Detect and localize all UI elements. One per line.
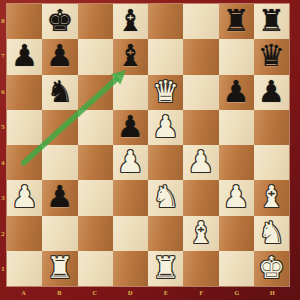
square-h5[interactable] xyxy=(254,110,289,145)
black-bishop[interactable]: ♝ xyxy=(117,3,144,38)
black-pawn[interactable]: ♟ xyxy=(117,109,144,144)
square-b7[interactable]: ♟ xyxy=(42,39,77,74)
square-d6[interactable] xyxy=(113,75,148,110)
square-e7[interactable] xyxy=(148,39,183,74)
white-pawn[interactable]: ♟ xyxy=(117,144,144,179)
black-king[interactable]: ♚ xyxy=(46,3,73,38)
square-f5[interactable] xyxy=(183,110,218,145)
square-c7[interactable] xyxy=(78,39,113,74)
rank-label-1: 1 xyxy=(0,266,6,272)
rank-label-6: 6 xyxy=(0,89,6,95)
square-e6[interactable]: ♛ xyxy=(148,75,183,110)
square-f3[interactable] xyxy=(183,180,218,215)
square-g6[interactable]: ♟ xyxy=(219,75,254,110)
square-a6[interactable] xyxy=(7,75,42,110)
square-c4[interactable] xyxy=(78,145,113,180)
square-d2[interactable] xyxy=(113,216,148,251)
square-g4[interactable] xyxy=(219,145,254,180)
square-a7[interactable]: ♟ xyxy=(7,39,42,74)
square-a3[interactable]: ♟ xyxy=(7,180,42,215)
square-e4[interactable] xyxy=(148,145,183,180)
chess-board-window: ♚♝♜♜♟♟♝♛♞♛♟♟♟♟♟♟♟♟♞♟♝♝♞♜♜♚ 87654321 ABCD… xyxy=(0,0,300,300)
square-f1[interactable] xyxy=(183,251,218,286)
white-knight[interactable]: ♞ xyxy=(258,215,285,250)
file-label-H: H xyxy=(255,290,291,296)
black-queen[interactable]: ♛ xyxy=(258,38,285,73)
square-a5[interactable] xyxy=(7,110,42,145)
square-e8[interactable] xyxy=(148,4,183,39)
square-f4[interactable]: ♟ xyxy=(183,145,218,180)
square-d4[interactable]: ♟ xyxy=(113,145,148,180)
black-knight[interactable]: ♞ xyxy=(46,74,73,109)
square-d3[interactable] xyxy=(113,180,148,215)
square-h3[interactable]: ♝ xyxy=(254,180,289,215)
white-rook[interactable]: ♜ xyxy=(152,250,179,285)
square-b1[interactable]: ♜ xyxy=(42,251,77,286)
rank-label-4: 4 xyxy=(0,160,6,166)
rank-label-8: 8 xyxy=(0,18,6,24)
white-king[interactable]: ♚ xyxy=(258,250,285,285)
square-h6[interactable]: ♟ xyxy=(254,75,289,110)
square-c3[interactable] xyxy=(78,180,113,215)
square-g1[interactable] xyxy=(219,251,254,286)
square-b8[interactable]: ♚ xyxy=(42,4,77,39)
square-d8[interactable]: ♝ xyxy=(113,4,148,39)
square-g2[interactable] xyxy=(219,216,254,251)
square-h1[interactable]: ♚ xyxy=(254,251,289,286)
white-queen[interactable]: ♛ xyxy=(152,74,179,109)
square-b2[interactable] xyxy=(42,216,77,251)
square-g5[interactable] xyxy=(219,110,254,145)
white-knight[interactable]: ♞ xyxy=(152,179,179,214)
black-pawn[interactable]: ♟ xyxy=(223,74,250,109)
square-a8[interactable] xyxy=(7,4,42,39)
square-f8[interactable] xyxy=(183,4,218,39)
square-b3[interactable]: ♟ xyxy=(42,180,77,215)
square-f7[interactable] xyxy=(183,39,218,74)
square-e1[interactable]: ♜ xyxy=(148,251,183,286)
square-e3[interactable]: ♞ xyxy=(148,180,183,215)
square-e5[interactable]: ♟ xyxy=(148,110,183,145)
white-pawn[interactable]: ♟ xyxy=(11,179,38,214)
square-a4[interactable] xyxy=(7,145,42,180)
square-d5[interactable]: ♟ xyxy=(113,110,148,145)
square-h4[interactable] xyxy=(254,145,289,180)
square-a1[interactable] xyxy=(7,251,42,286)
white-bishop[interactable]: ♝ xyxy=(258,179,285,214)
rank-label-7: 7 xyxy=(0,53,6,59)
white-pawn[interactable]: ♟ xyxy=(152,109,179,144)
square-d1[interactable] xyxy=(113,251,148,286)
square-g3[interactable]: ♟ xyxy=(219,180,254,215)
black-bishop[interactable]: ♝ xyxy=(117,38,144,73)
file-label-E: E xyxy=(148,290,184,296)
square-b6[interactable]: ♞ xyxy=(42,75,77,110)
file-label-A: A xyxy=(6,290,42,296)
square-b4[interactable] xyxy=(42,145,77,180)
square-a2[interactable] xyxy=(7,216,42,251)
square-f6[interactable] xyxy=(183,75,218,110)
rank-label-5: 5 xyxy=(0,124,6,130)
black-pawn[interactable]: ♟ xyxy=(46,38,73,73)
file-label-B: B xyxy=(42,290,78,296)
rank-label-2: 2 xyxy=(0,231,6,237)
black-pawn[interactable]: ♟ xyxy=(258,74,285,109)
square-b5[interactable] xyxy=(42,110,77,145)
white-rook[interactable]: ♜ xyxy=(46,250,73,285)
file-label-G: G xyxy=(219,290,255,296)
chess-board: ♚♝♜♜♟♟♝♛♞♛♟♟♟♟♟♟♟♟♞♟♝♝♞♜♜♚ xyxy=(6,3,290,287)
square-c1[interactable] xyxy=(78,251,113,286)
black-rook[interactable]: ♜ xyxy=(258,3,285,38)
square-c8[interactable] xyxy=(78,4,113,39)
rank-label-3: 3 xyxy=(0,195,6,201)
white-pawn[interactable]: ♟ xyxy=(223,179,250,214)
file-label-F: F xyxy=(184,290,220,296)
square-d7[interactable]: ♝ xyxy=(113,39,148,74)
square-h8[interactable]: ♜ xyxy=(254,4,289,39)
black-pawn[interactable]: ♟ xyxy=(11,38,38,73)
square-c5[interactable] xyxy=(78,110,113,145)
square-h7[interactable]: ♛ xyxy=(254,39,289,74)
square-c2[interactable] xyxy=(78,216,113,251)
white-bishop[interactable]: ♝ xyxy=(187,215,214,250)
white-pawn[interactable]: ♟ xyxy=(187,144,214,179)
square-e2[interactable] xyxy=(148,216,183,251)
square-c6[interactable] xyxy=(78,75,113,110)
black-rook[interactable]: ♜ xyxy=(223,3,250,38)
file-label-C: C xyxy=(77,290,113,296)
square-f2[interactable]: ♝ xyxy=(183,216,218,251)
black-pawn[interactable]: ♟ xyxy=(46,179,73,214)
square-g7[interactable] xyxy=(219,39,254,74)
square-g8[interactable]: ♜ xyxy=(219,4,254,39)
file-label-D: D xyxy=(113,290,149,296)
square-h2[interactable]: ♞ xyxy=(254,216,289,251)
